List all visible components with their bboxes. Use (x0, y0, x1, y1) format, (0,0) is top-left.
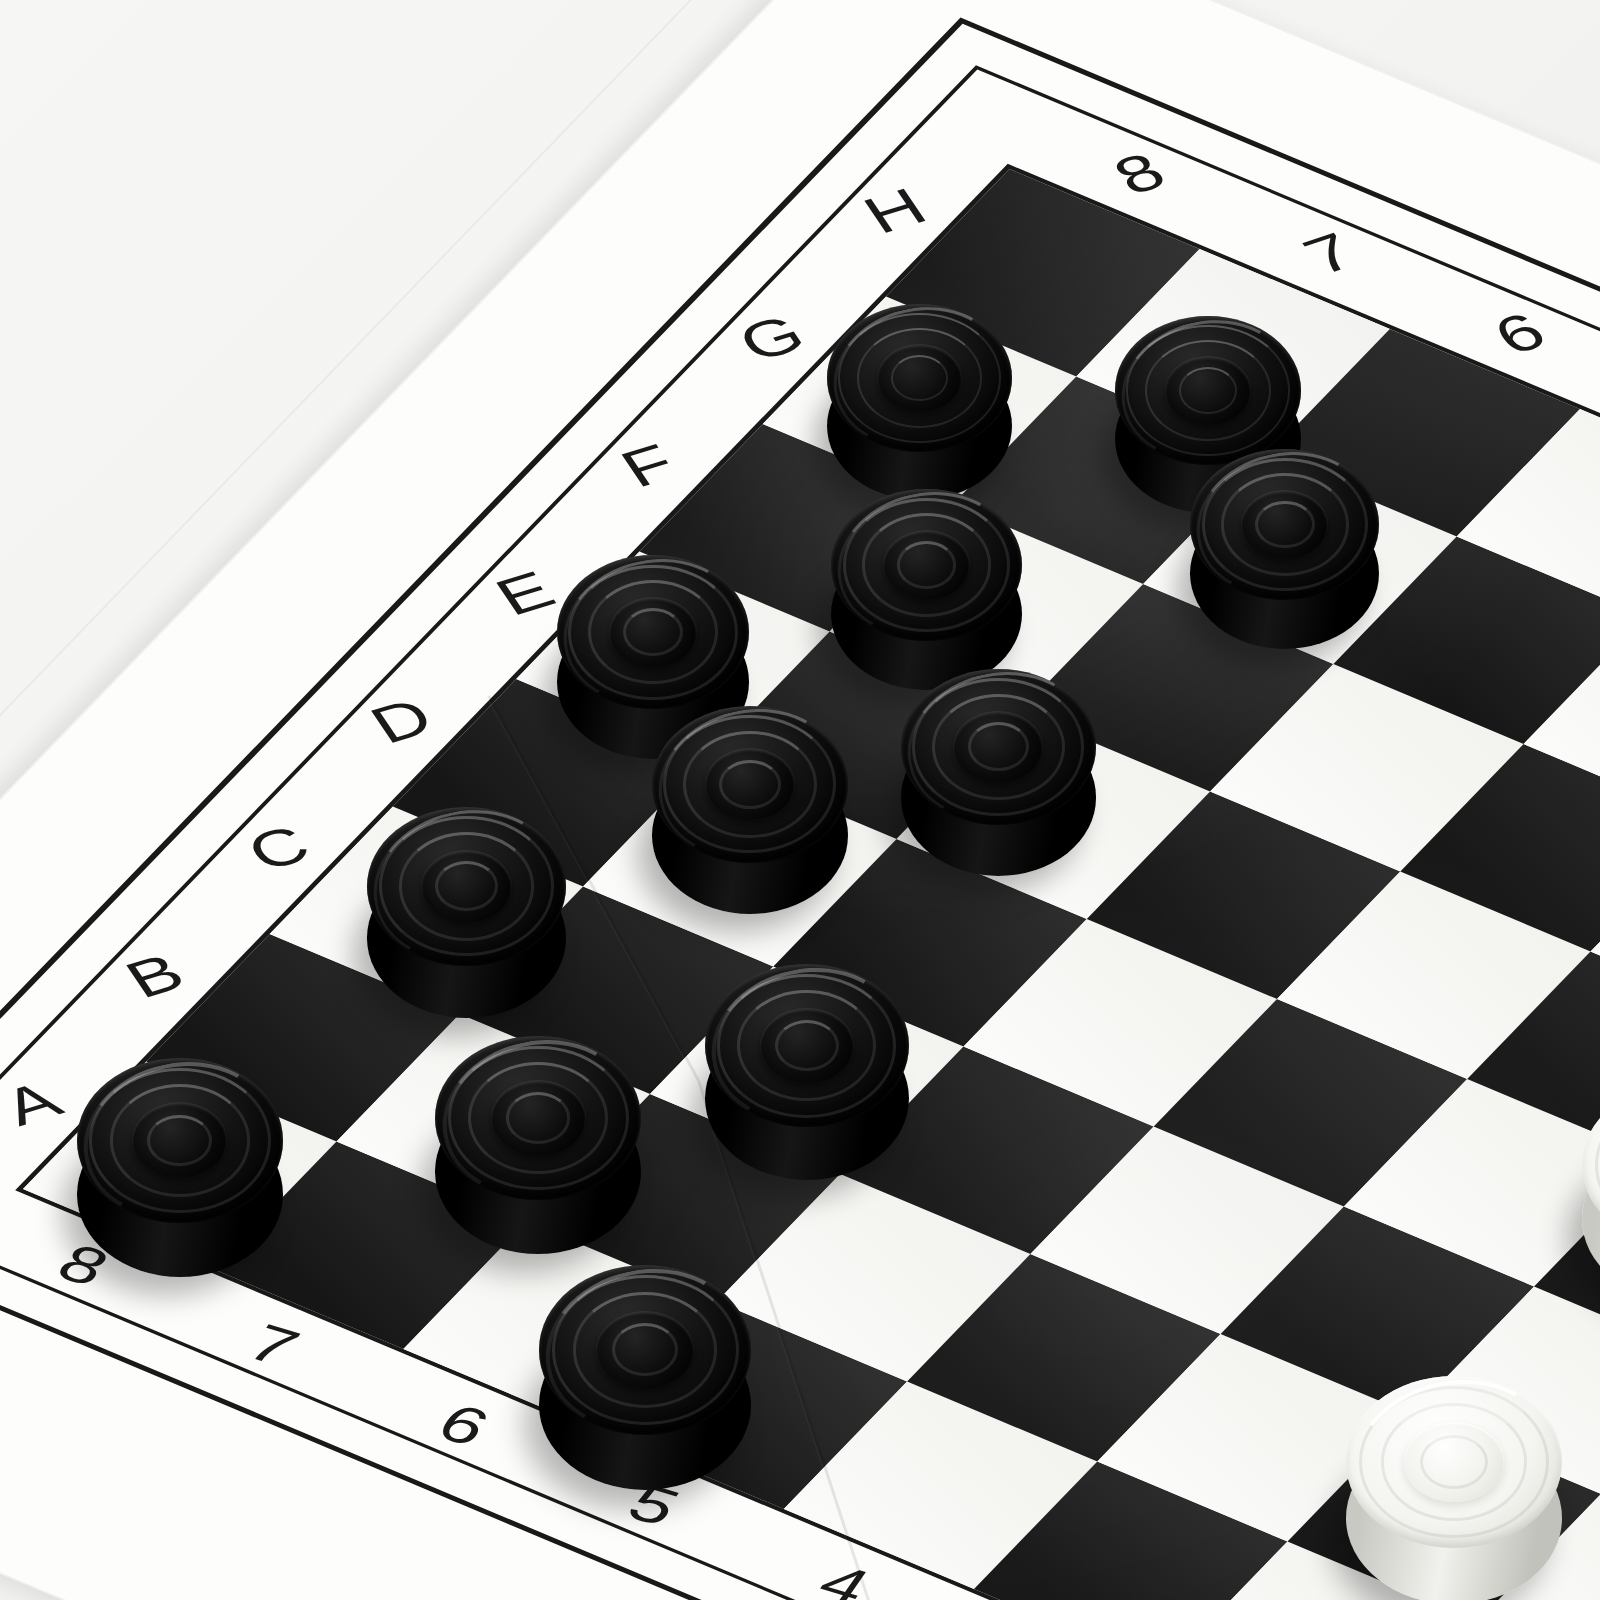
checker-top-face (901, 669, 1096, 825)
checker-top-face (705, 964, 909, 1127)
checkers-photo-scene: ABCDEFGH 87654321 87654321 (0, 0, 1600, 1600)
checker-black-c8[interactable] (367, 807, 566, 1018)
checker-white-d3[interactable] (1582, 1082, 1600, 1302)
checker-top-face (557, 555, 749, 709)
checker-black-g6[interactable] (1190, 449, 1379, 649)
pieces-layer (0, 0, 1600, 1600)
checker-black-c6[interactable] (705, 964, 909, 1180)
checker-top-face (435, 1036, 641, 1201)
checker-top-face (831, 489, 1021, 641)
checker-black-f7[interactable] (831, 489, 1021, 691)
checker-black-g8[interactable] (827, 304, 1012, 500)
checker-top-face (1190, 449, 1379, 600)
checker-black-b7[interactable] (435, 1036, 641, 1254)
checker-top-face (652, 706, 848, 863)
checker-black-a6[interactable] (539, 1265, 751, 1490)
checker-top-face (827, 304, 1012, 452)
checker-top-face (1346, 1376, 1561, 1548)
checker-top-face (77, 1058, 283, 1223)
checker-black-e6[interactable] (901, 669, 1096, 876)
checker-white-b3[interactable] (1346, 1376, 1561, 1600)
checker-black-a8[interactable] (77, 1058, 283, 1277)
checker-top-face (1115, 316, 1300, 464)
checker-top-face (539, 1265, 751, 1435)
checker-black-d7[interactable] (652, 706, 848, 914)
checker-top-face (367, 807, 566, 966)
